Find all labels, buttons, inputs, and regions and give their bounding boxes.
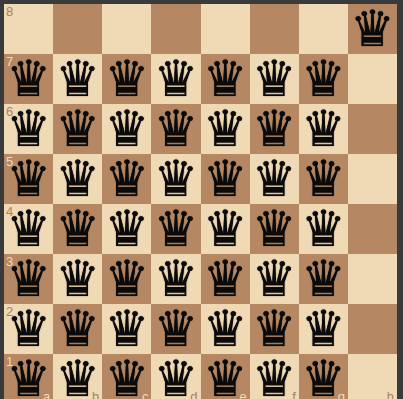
- black-queen-c7[interactable]: ♛: [104, 55, 149, 104]
- square-e6[interactable]: ♛: [201, 104, 250, 154]
- square-b8[interactable]: [53, 4, 102, 54]
- square-d5[interactable]: ♛: [151, 154, 200, 204]
- square-f4[interactable]: ♛: [250, 204, 299, 254]
- square-d3[interactable]: ♛: [151, 254, 200, 304]
- black-queen-b7[interactable]: ♛: [55, 55, 100, 104]
- black-queen-e4[interactable]: ♛: [203, 205, 248, 254]
- chessboard: 8♛7♛♛♛♛♛♛♛6♛♛♛♛♛♛♛5♛♛♛♛♛♛♛4♛♛♛♛♛♛♛3♛♛♛♛♛…: [4, 4, 397, 396]
- black-queen-c2[interactable]: ♛: [104, 305, 149, 354]
- black-queen-b4[interactable]: ♛: [55, 205, 100, 254]
- square-g4[interactable]: ♛: [299, 204, 348, 254]
- square-c6[interactable]: ♛: [102, 104, 151, 154]
- black-queen-d4[interactable]: ♛: [154, 205, 199, 254]
- square-e8[interactable]: [201, 4, 250, 54]
- square-a1[interactable]: 1a♛: [4, 354, 53, 399]
- black-queen-d2[interactable]: ♛: [154, 305, 199, 354]
- black-queen-e6[interactable]: ♛: [203, 105, 248, 154]
- black-queen-c3[interactable]: ♛: [104, 255, 149, 304]
- square-g8[interactable]: [299, 4, 348, 54]
- square-a7[interactable]: 7♛: [4, 54, 53, 104]
- square-h4[interactable]: [348, 204, 397, 254]
- square-c7[interactable]: ♛: [102, 54, 151, 104]
- square-b3[interactable]: ♛: [53, 254, 102, 304]
- square-b5[interactable]: ♛: [53, 154, 102, 204]
- rank-label-2: 2: [6, 304, 13, 319]
- square-e7[interactable]: ♛: [201, 54, 250, 104]
- file-label-b: b: [92, 389, 99, 399]
- black-queen-c4[interactable]: ♛: [104, 205, 149, 254]
- black-queen-d3[interactable]: ♛: [154, 255, 199, 304]
- file-label-d: d: [190, 389, 197, 399]
- black-queen-f7[interactable]: ♛: [252, 55, 297, 104]
- black-queen-b5[interactable]: ♛: [55, 155, 100, 204]
- square-b7[interactable]: ♛: [53, 54, 102, 104]
- black-queen-d5[interactable]: ♛: [154, 155, 199, 204]
- black-queen-e7[interactable]: ♛: [203, 55, 248, 104]
- file-label-f: f: [292, 389, 296, 399]
- rank-label-4: 4: [6, 204, 13, 219]
- square-b6[interactable]: ♛: [53, 104, 102, 154]
- square-a3[interactable]: 3♛: [4, 254, 53, 304]
- black-queen-g6[interactable]: ♛: [301, 105, 346, 154]
- square-d2[interactable]: ♛: [151, 304, 200, 354]
- square-c1[interactable]: c♛: [102, 354, 151, 399]
- black-queen-f1[interactable]: ♛: [252, 355, 297, 399]
- black-queen-b6[interactable]: ♛: [55, 105, 100, 154]
- black-queen-f4[interactable]: ♛: [252, 205, 297, 254]
- file-label-c: c: [142, 389, 149, 399]
- square-e1[interactable]: e♛: [201, 354, 250, 399]
- square-a5[interactable]: 5♛: [4, 154, 53, 204]
- square-f1[interactable]: f♛: [250, 354, 299, 399]
- square-a2[interactable]: 2♛: [4, 304, 53, 354]
- square-h8[interactable]: ♛: [348, 4, 397, 54]
- square-h5[interactable]: [348, 154, 397, 204]
- black-queen-g7[interactable]: ♛: [301, 55, 346, 104]
- square-f7[interactable]: ♛: [250, 54, 299, 104]
- black-queen-f5[interactable]: ♛: [252, 155, 297, 204]
- square-h1[interactable]: h: [348, 354, 397, 399]
- square-h7[interactable]: [348, 54, 397, 104]
- square-c3[interactable]: ♛: [102, 254, 151, 304]
- square-e4[interactable]: ♛: [201, 204, 250, 254]
- black-queen-f3[interactable]: ♛: [252, 255, 297, 304]
- black-queen-h8[interactable]: ♛: [350, 5, 395, 54]
- file-label-a: a: [43, 389, 50, 399]
- square-b2[interactable]: ♛: [53, 304, 102, 354]
- square-d6[interactable]: ♛: [151, 104, 200, 154]
- square-c4[interactable]: ♛: [102, 204, 151, 254]
- rank-label-5: 5: [6, 154, 13, 169]
- black-queen-b3[interactable]: ♛: [55, 255, 100, 304]
- black-queen-e5[interactable]: ♛: [203, 155, 248, 204]
- black-queen-g3[interactable]: ♛: [301, 255, 346, 304]
- square-g7[interactable]: ♛: [299, 54, 348, 104]
- square-d4[interactable]: ♛: [151, 204, 200, 254]
- square-f8[interactable]: [250, 4, 299, 54]
- square-h2[interactable]: [348, 304, 397, 354]
- file-label-e: e: [239, 389, 246, 399]
- black-queen-d7[interactable]: ♛: [154, 55, 199, 104]
- file-label-g: g: [338, 389, 345, 399]
- square-b1[interactable]: b♛: [53, 354, 102, 399]
- square-c5[interactable]: ♛: [102, 154, 151, 204]
- black-queen-e2[interactable]: ♛: [203, 305, 248, 354]
- rank-label-1: 1: [6, 354, 13, 369]
- square-b4[interactable]: ♛: [53, 204, 102, 254]
- rank-label-3: 3: [6, 254, 13, 269]
- rank-label-7: 7: [6, 54, 13, 69]
- square-h3[interactable]: [348, 254, 397, 304]
- black-queen-e3[interactable]: ♛: [203, 255, 248, 304]
- square-g2[interactable]: ♛: [299, 304, 348, 354]
- square-g6[interactable]: ♛: [299, 104, 348, 154]
- square-g3[interactable]: ♛: [299, 254, 348, 304]
- square-e3[interactable]: ♛: [201, 254, 250, 304]
- square-g5[interactable]: ♛: [299, 154, 348, 204]
- file-label-h: h: [387, 389, 394, 399]
- chessboard-frame: 8♛7♛♛♛♛♛♛♛6♛♛♛♛♛♛♛5♛♛♛♛♛♛♛4♛♛♛♛♛♛♛3♛♛♛♛♛…: [0, 0, 403, 399]
- square-h6[interactable]: [348, 104, 397, 154]
- black-queen-b2[interactable]: ♛: [55, 305, 100, 354]
- black-queen-g2[interactable]: ♛: [301, 305, 346, 354]
- square-a8[interactable]: 8: [4, 4, 53, 54]
- square-f3[interactable]: ♛: [250, 254, 299, 304]
- square-e2[interactable]: ♛: [201, 304, 250, 354]
- square-f2[interactable]: ♛: [250, 304, 299, 354]
- rank-label-6: 6: [6, 104, 13, 119]
- black-queen-d6[interactable]: ♛: [154, 105, 199, 154]
- black-queen-c5[interactable]: ♛: [104, 155, 149, 204]
- square-f5[interactable]: ♛: [250, 154, 299, 204]
- square-c8[interactable]: [102, 4, 151, 54]
- rank-label-8: 8: [6, 4, 13, 19]
- square-a4[interactable]: 4♛: [4, 204, 53, 254]
- black-queen-c6[interactable]: ♛: [104, 105, 149, 154]
- square-c2[interactable]: ♛: [102, 304, 151, 354]
- square-e5[interactable]: ♛: [201, 154, 250, 204]
- square-d7[interactable]: ♛: [151, 54, 200, 104]
- black-queen-f6[interactable]: ♛: [252, 105, 297, 154]
- square-d1[interactable]: d♛: [151, 354, 200, 399]
- black-queen-g5[interactable]: ♛: [301, 155, 346, 204]
- square-d8[interactable]: [151, 4, 200, 54]
- square-f6[interactable]: ♛: [250, 104, 299, 154]
- square-g1[interactable]: g♛: [299, 354, 348, 399]
- square-a6[interactable]: 6♛: [4, 104, 53, 154]
- black-queen-g4[interactable]: ♛: [301, 205, 346, 254]
- black-queen-f2[interactable]: ♛: [252, 305, 297, 354]
